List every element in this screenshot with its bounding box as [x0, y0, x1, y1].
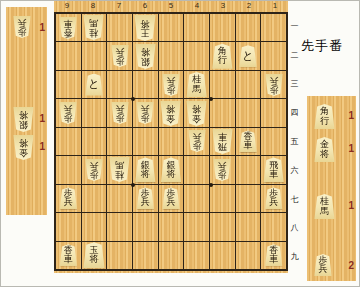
square-5-六[interactable]: 銀将	[159, 156, 184, 183]
square-8-五[interactable]	[82, 128, 107, 155]
square-5-七[interactable]: 歩兵	[159, 185, 184, 212]
square-6-四[interactable]: 歩兵	[133, 99, 158, 126]
piece-sente-pawn[interactable]: 歩兵	[136, 187, 154, 209]
square-8-二[interactable]	[82, 42, 107, 69]
square-9-三[interactable]	[56, 71, 81, 98]
square-3-五[interactable]: 飛車	[210, 128, 235, 155]
square-1-七[interactable]: 歩兵	[261, 185, 286, 212]
square-4-三[interactable]: 桂馬	[184, 71, 209, 98]
piece-gote-lance[interactable]: 香車	[59, 17, 77, 39]
file-label: 2	[236, 1, 262, 11]
square-6-一[interactable]: 王将	[133, 14, 158, 41]
piece-sente-silver[interactable]: 銀将	[160, 157, 181, 182]
file-labels: 987654321	[54, 1, 288, 11]
piece-gote-pawn[interactable]: 歩兵	[111, 102, 129, 124]
square-1-九[interactable]: 香車	[261, 242, 286, 269]
piece-sente-lance[interactable]: 香車	[59, 244, 77, 266]
piece-gote-king[interactable]: 王将	[134, 15, 156, 41]
piece-gote-pawn[interactable]: 歩兵	[265, 74, 283, 96]
square-8-八[interactable]	[82, 213, 107, 240]
square-4-一[interactable]	[184, 14, 209, 41]
square-7-一[interactable]	[107, 14, 132, 41]
rank-label: 六	[289, 156, 300, 185]
piece-sente-lance[interactable]: 香車	[239, 130, 257, 152]
hand-piece-row: 歩兵2	[307, 253, 356, 281]
rank-label: 五	[289, 127, 300, 156]
square-3-二[interactable]: 角行	[210, 42, 235, 69]
hand-count: 1	[39, 113, 45, 124]
square-3-七[interactable]	[210, 185, 235, 212]
piece-sente-knight[interactable]: 桂馬	[314, 194, 335, 219]
piece-sente-gold[interactable]: 金将	[314, 137, 335, 162]
piece-sente-pawn[interactable]: 歩兵	[265, 187, 283, 209]
shogi-board: 987654321 香車桂馬王将歩兵銀将角行とと歩兵桂馬歩兵歩兵歩兵歩兵金将金将…	[54, 1, 288, 273]
hand-piece-row: 金将1	[6, 134, 47, 162]
square-9-九[interactable]: 香車	[56, 242, 81, 269]
square-3-四[interactable]	[210, 99, 235, 126]
piece-sente-pawn[interactable]: 歩兵	[162, 187, 180, 209]
square-4-七[interactable]	[184, 185, 209, 212]
square-8-一[interactable]: 桂馬	[82, 14, 107, 41]
piece-gote-pawn[interactable]: 歩兵	[136, 102, 154, 124]
hand-count: 1	[348, 143, 354, 154]
square-5-五[interactable]	[159, 128, 184, 155]
square-5-九[interactable]	[159, 242, 184, 269]
square-8-三[interactable]: と	[82, 71, 107, 98]
square-3-九[interactable]	[210, 242, 235, 269]
square-2-六[interactable]	[236, 156, 261, 183]
piece-sente-pawn[interactable]: 歩兵	[314, 254, 332, 276]
piece-gote-pawn[interactable]: 歩兵	[188, 130, 206, 152]
square-7-八[interactable]	[107, 213, 132, 240]
piece-gote-pawn[interactable]: 歩兵	[162, 74, 180, 96]
square-6-八[interactable]	[133, 213, 158, 240]
piece-gote-gold[interactable]: 金将	[160, 101, 181, 126]
rank-label: 三	[289, 70, 300, 99]
piece-sente-tokin[interactable]: と	[239, 45, 257, 67]
square-2-七[interactable]	[236, 185, 261, 212]
turn-indicator: 先手番	[301, 37, 343, 55]
rank-label: 八	[289, 213, 300, 242]
piece-sente-silver[interactable]: 銀将	[135, 157, 156, 182]
piece-gote-gold[interactable]: 金将	[13, 135, 34, 160]
square-3-八[interactable]	[210, 213, 235, 240]
square-8-六[interactable]: 歩兵	[82, 156, 107, 183]
file-label: 4	[184, 1, 210, 11]
square-7-七[interactable]	[107, 185, 132, 212]
rank-labels: 一二三四五六七八九	[289, 12, 300, 271]
square-4-二[interactable]	[184, 42, 209, 69]
square-7-三[interactable]	[107, 71, 132, 98]
square-1-五[interactable]	[261, 128, 286, 155]
square-1-三[interactable]: 歩兵	[261, 71, 286, 98]
square-5-二[interactable]	[159, 42, 184, 69]
hand-count: 1	[39, 141, 45, 152]
piece-gote-pawn[interactable]: 歩兵	[85, 159, 103, 181]
hand-piece-row: 桂馬1	[307, 193, 356, 221]
square-3-六[interactable]: 歩兵	[210, 156, 235, 183]
file-label: 8	[80, 1, 106, 11]
square-6-九[interactable]	[133, 242, 158, 269]
piece-sente-knight[interactable]: 桂馬	[186, 72, 207, 97]
square-4-八[interactable]	[184, 213, 209, 240]
piece-gote-rook[interactable]: 飛車	[212, 129, 233, 154]
square-7-二[interactable]: 歩兵	[107, 42, 132, 69]
square-3-三[interactable]	[210, 71, 235, 98]
hand-piece-row: 歩兵1	[6, 15, 47, 43]
square-4-五[interactable]: 歩兵	[184, 128, 209, 155]
piece-sente-rook[interactable]: 飛車	[263, 157, 284, 182]
square-8-七[interactable]	[82, 185, 107, 212]
square-2-三[interactable]	[236, 71, 261, 98]
square-2-二[interactable]: と	[236, 42, 261, 69]
piece-sente-king[interactable]: 玉将	[83, 242, 105, 268]
hoshi-dot	[131, 183, 135, 187]
square-1-六[interactable]: 飛車	[261, 156, 286, 183]
file-label: 9	[54, 1, 80, 11]
file-label: 5	[158, 1, 184, 11]
shogi-diagram: 歩兵1銀将1金将1 987654321 香車桂馬王将歩兵銀将角行とと歩兵桂馬歩兵…	[0, 0, 360, 287]
gote-hand-stand: 歩兵1銀将1金将1	[6, 7, 47, 215]
square-1-八[interactable]	[261, 213, 286, 240]
square-8-九[interactable]: 玉将	[82, 242, 107, 269]
square-5-四[interactable]: 金将	[159, 99, 184, 126]
square-1-二[interactable]	[261, 42, 286, 69]
square-7-九[interactable]	[107, 242, 132, 269]
square-2-一[interactable]	[236, 14, 261, 41]
rank-label: 二	[289, 41, 300, 70]
rank-label: 九	[289, 242, 300, 271]
rank-label: 七	[289, 185, 300, 214]
square-8-四[interactable]	[82, 99, 107, 126]
square-9-八[interactable]	[56, 213, 81, 240]
square-6-五[interactable]	[133, 128, 158, 155]
square-2-五[interactable]: 香車	[236, 128, 261, 155]
file-label: 3	[210, 1, 236, 11]
piece-sente-lance[interactable]: 香車	[265, 244, 283, 266]
piece-sente-bishop[interactable]: 角行	[212, 44, 233, 69]
board-grid: 香車桂馬王将歩兵銀将角行とと歩兵桂馬歩兵歩兵歩兵歩兵金将金将歩兵飛車香車歩兵桂馬…	[54, 12, 288, 271]
piece-gote-pawn[interactable]: 歩兵	[111, 45, 129, 67]
piece-gote-pawn[interactable]: 歩兵	[59, 102, 77, 124]
hand-piece-row: 角行1	[307, 103, 356, 131]
piece-gote-knight[interactable]: 桂馬	[109, 157, 130, 182]
piece-gote-silver[interactable]: 銀将	[13, 107, 34, 132]
square-6-七[interactable]: 歩兵	[133, 185, 158, 212]
square-6-二[interactable]: 銀将	[133, 42, 158, 69]
hand-count: 1	[39, 22, 45, 33]
square-1-一[interactable]	[261, 14, 286, 41]
hoshi-dot	[209, 183, 213, 187]
square-6-三[interactable]	[133, 71, 158, 98]
square-5-三[interactable]: 歩兵	[159, 71, 184, 98]
file-label: 1	[262, 1, 288, 11]
piece-sente-tokin[interactable]: と	[85, 74, 103, 96]
hoshi-dot	[209, 97, 213, 101]
hand-piece-row: 金将1	[307, 136, 356, 164]
piece-gote-pawn[interactable]: 歩兵	[13, 16, 31, 38]
piece-gote-silver[interactable]: 銀将	[135, 44, 156, 69]
piece-sente-bishop[interactable]: 角行	[314, 104, 335, 129]
piece-gote-pawn[interactable]: 歩兵	[213, 159, 231, 181]
square-4-六[interactable]	[184, 156, 209, 183]
square-4-四[interactable]: 金将	[184, 99, 209, 126]
square-5-八[interactable]	[159, 213, 184, 240]
square-9-四[interactable]: 歩兵	[56, 99, 81, 126]
file-label: 6	[132, 1, 158, 11]
square-9-一[interactable]: 香車	[56, 14, 81, 41]
hand-count: 2	[348, 260, 354, 271]
square-9-五[interactable]	[56, 128, 81, 155]
square-4-九[interactable]	[184, 242, 209, 269]
hand-count: 1	[348, 200, 354, 211]
square-7-五[interactable]	[107, 128, 132, 155]
square-5-一[interactable]	[159, 14, 184, 41]
square-1-四[interactable]	[261, 99, 286, 126]
sente-hand-stand: 角行1金将1桂馬1歩兵2	[307, 96, 356, 281]
square-2-四[interactable]	[236, 99, 261, 126]
file-label: 7	[106, 1, 132, 11]
hand-piece-row: 銀将1	[6, 106, 47, 134]
square-9-七[interactable]: 歩兵	[56, 185, 81, 212]
hand-count: 1	[348, 110, 354, 121]
square-3-一[interactable]	[210, 14, 235, 41]
piece-gote-knight[interactable]: 桂馬	[83, 15, 104, 40]
square-9-六[interactable]	[56, 156, 81, 183]
square-2-九[interactable]	[236, 242, 261, 269]
square-6-六[interactable]: 銀将	[133, 156, 158, 183]
piece-gote-gold[interactable]: 金将	[186, 101, 207, 126]
square-7-四[interactable]: 歩兵	[107, 99, 132, 126]
hoshi-dot	[131, 97, 135, 101]
square-7-六[interactable]: 桂馬	[107, 156, 132, 183]
square-9-二[interactable]	[56, 42, 81, 69]
square-2-八[interactable]	[236, 213, 261, 240]
rank-label: 一	[289, 12, 300, 41]
rank-label: 四	[289, 98, 300, 127]
piece-sente-pawn[interactable]: 歩兵	[59, 187, 77, 209]
